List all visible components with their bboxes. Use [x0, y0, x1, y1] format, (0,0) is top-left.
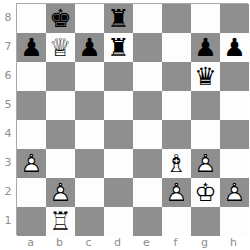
white-queen-glyph: ♕ — [46, 33, 75, 62]
white-rook-fill: ♜ — [46, 207, 75, 236]
black-king[interactable]: ♚ — [46, 4, 75, 33]
white-pawn-glyph: ♙ — [162, 178, 191, 207]
black-queen[interactable]: ♛ — [191, 62, 220, 91]
square-a7[interactable]: ♟ — [17, 33, 46, 62]
white-queen[interactable]: ♛♕ — [46, 33, 75, 62]
square-f7[interactable] — [162, 33, 191, 62]
square-c1[interactable] — [75, 207, 104, 236]
white-pawn-glyph: ♙ — [17, 149, 46, 178]
white-pawn[interactable]: ♟♙ — [17, 149, 46, 178]
square-a8[interactable] — [17, 4, 46, 33]
square-b4[interactable] — [46, 120, 75, 149]
square-b5[interactable] — [46, 91, 75, 120]
white-king-glyph: ♔ — [191, 178, 220, 207]
square-h2[interactable]: ♟♙ — [220, 178, 249, 207]
square-d6[interactable] — [104, 62, 133, 91]
white-pawn[interactable]: ♟♙ — [162, 178, 191, 207]
square-h3[interactable] — [220, 149, 249, 178]
black-rook-glyph: ♜ — [104, 4, 133, 33]
black-rook[interactable]: ♜ — [104, 4, 133, 33]
square-h7[interactable]: ♟ — [220, 33, 249, 62]
rank-label-1: 1 — [0, 206, 16, 235]
rank-labels: 87654321 — [0, 3, 16, 235]
file-label-h: h — [219, 236, 248, 250]
rank-label-5: 5 — [0, 90, 16, 119]
white-pawn-glyph: ♙ — [46, 178, 75, 207]
square-c3[interactable] — [75, 149, 104, 178]
square-a1[interactable] — [17, 207, 46, 236]
rank-label-4: 4 — [0, 119, 16, 148]
black-pawn[interactable]: ♟ — [17, 33, 46, 62]
square-g2[interactable]: ♚♔ — [191, 178, 220, 207]
file-label-e: e — [132, 236, 161, 250]
square-f6[interactable] — [162, 62, 191, 91]
square-g5[interactable] — [191, 91, 220, 120]
white-pawn-fill: ♟ — [17, 149, 46, 178]
square-b8[interactable]: ♚ — [46, 4, 75, 33]
square-g1[interactable] — [191, 207, 220, 236]
white-pawn[interactable]: ♟♙ — [46, 178, 75, 207]
black-pawn-glyph: ♟ — [17, 33, 46, 62]
square-g3[interactable]: ♟♙ — [191, 149, 220, 178]
square-h8[interactable] — [220, 4, 249, 33]
white-king[interactable]: ♚♔ — [191, 178, 220, 207]
square-d5[interactable] — [104, 91, 133, 120]
rank-label-7: 7 — [0, 32, 16, 61]
square-d2[interactable] — [104, 178, 133, 207]
square-a2[interactable] — [17, 178, 46, 207]
square-a4[interactable] — [17, 120, 46, 149]
white-rook-glyph: ♖ — [46, 207, 75, 236]
chess-diagram: 87654321 ♚♜♟♛♕♟♜♟♟♛♟♙♝♗♟♙♟♙♟♙♚♔♟♙♜♖ abcd… — [0, 0, 250, 250]
chess-board[interactable]: ♚♜♟♛♕♟♜♟♟♛♟♙♝♗♟♙♟♙♟♙♚♔♟♙♜♖ — [16, 3, 248, 235]
square-h1[interactable] — [220, 207, 249, 236]
square-g6[interactable]: ♛ — [191, 62, 220, 91]
square-b6[interactable] — [46, 62, 75, 91]
white-pawn-fill: ♟ — [220, 178, 249, 207]
black-queen-glyph: ♛ — [191, 62, 220, 91]
rank-label-6: 6 — [0, 61, 16, 90]
square-b1[interactable]: ♜♖ — [46, 207, 75, 236]
square-e8[interactable] — [133, 4, 162, 33]
square-e5[interactable] — [133, 91, 162, 120]
square-h6[interactable] — [220, 62, 249, 91]
white-king-fill: ♚ — [191, 178, 220, 207]
file-label-d: d — [103, 236, 132, 250]
white-bishop-glyph: ♗ — [162, 149, 191, 178]
square-d3[interactable] — [104, 149, 133, 178]
black-pawn[interactable]: ♟ — [75, 33, 104, 62]
black-pawn-glyph: ♟ — [220, 33, 249, 62]
square-f1[interactable] — [162, 207, 191, 236]
white-bishop[interactable]: ♝♗ — [162, 149, 191, 178]
square-d8[interactable]: ♜ — [104, 4, 133, 33]
square-h5[interactable] — [220, 91, 249, 120]
square-c4[interactable] — [75, 120, 104, 149]
square-h4[interactable] — [220, 120, 249, 149]
rank-label-3: 3 — [0, 148, 16, 177]
square-d1[interactable] — [104, 207, 133, 236]
file-label-g: g — [190, 236, 219, 250]
square-g7[interactable]: ♟ — [191, 33, 220, 62]
black-pawn[interactable]: ♟ — [191, 33, 220, 62]
black-king-glyph: ♚ — [46, 4, 75, 33]
square-d4[interactable] — [104, 120, 133, 149]
square-f2[interactable]: ♟♙ — [162, 178, 191, 207]
white-pawn-glyph: ♙ — [191, 149, 220, 178]
white-pawn[interactable]: ♟♙ — [191, 149, 220, 178]
square-c6[interactable] — [75, 62, 104, 91]
square-a6[interactable] — [17, 62, 46, 91]
square-e4[interactable] — [133, 120, 162, 149]
square-c2[interactable] — [75, 178, 104, 207]
square-e3[interactable] — [133, 149, 162, 178]
black-pawn-glyph: ♟ — [75, 33, 104, 62]
square-f5[interactable] — [162, 91, 191, 120]
white-pawn-fill: ♟ — [46, 178, 75, 207]
square-e1[interactable] — [133, 207, 162, 236]
square-f4[interactable] — [162, 120, 191, 149]
white-pawn-fill: ♟ — [191, 149, 220, 178]
file-label-b: b — [45, 236, 74, 250]
black-pawn[interactable]: ♟ — [220, 33, 249, 62]
square-c7[interactable]: ♟ — [75, 33, 104, 62]
file-label-f: f — [161, 236, 190, 250]
square-f8[interactable] — [162, 4, 191, 33]
file-labels: abcdefgh — [16, 236, 248, 250]
square-e2[interactable] — [133, 178, 162, 207]
white-pawn-fill: ♟ — [162, 178, 191, 207]
white-queen-fill: ♛ — [46, 33, 75, 62]
square-e7[interactable] — [133, 33, 162, 62]
square-c5[interactable] — [75, 91, 104, 120]
square-f3[interactable]: ♝♗ — [162, 149, 191, 178]
rank-label-2: 2 — [0, 177, 16, 206]
square-b3[interactable] — [46, 149, 75, 178]
black-pawn-glyph: ♟ — [191, 33, 220, 62]
white-pawn[interactable]: ♟♙ — [220, 178, 249, 207]
rank-label-8: 8 — [0, 3, 16, 32]
square-a5[interactable] — [17, 91, 46, 120]
white-rook[interactable]: ♜♖ — [46, 207, 75, 236]
black-rook[interactable]: ♜ — [104, 33, 133, 62]
square-d7[interactable]: ♜ — [104, 33, 133, 62]
black-rook-glyph: ♜ — [104, 33, 133, 62]
square-a3[interactable]: ♟♙ — [17, 149, 46, 178]
square-g8[interactable] — [191, 4, 220, 33]
square-g4[interactable] — [191, 120, 220, 149]
file-label-c: c — [74, 236, 103, 250]
white-pawn-glyph: ♙ — [220, 178, 249, 207]
square-b2[interactable]: ♟♙ — [46, 178, 75, 207]
white-bishop-fill: ♝ — [162, 149, 191, 178]
square-c8[interactable] — [75, 4, 104, 33]
square-e6[interactable] — [133, 62, 162, 91]
square-b7[interactable]: ♛♕ — [46, 33, 75, 62]
file-label-a: a — [16, 236, 45, 250]
